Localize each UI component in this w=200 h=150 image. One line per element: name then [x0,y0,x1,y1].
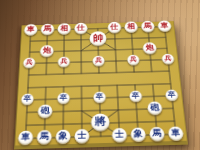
piece-red-advisor[interactable]: 仕 [74,23,87,35]
blue-advisor-glyph: 士 [115,130,124,139]
piece-red-soldier[interactable]: 兵 [93,56,105,67]
red-soldier-glyph: 兵 [25,59,33,66]
piece-red-soldier[interactable]: 兵 [23,58,35,69]
blue-chariot-glyph: 車 [171,129,181,138]
piece-red-soldier[interactable]: 兵 [162,54,175,65]
piece-red-chariot[interactable]: 車 [24,24,38,36]
blue-soldier-glyph: 卒 [23,95,31,102]
blue-advisor-glyph: 士 [77,131,86,140]
red-cannon-glyph: 炮 [145,44,154,51]
blue-soldier-glyph: 卒 [96,93,104,100]
piece-blue-general[interactable]: 將 [91,113,110,131]
red-soldier-glyph: 兵 [95,57,102,64]
red-cannon-glyph: 炮 [43,47,51,54]
piece-red-elephant[interactable]: 相 [58,23,71,35]
xiangqi-board: 車馬相仕仕相馬車帥炮炮兵兵兵兵兵卒卒卒卒卒砲砲將車馬象士士象馬車 [14,21,188,149]
blue-soldier-glyph: 卒 [132,92,140,99]
piece-blue-horse[interactable]: 馬 [37,130,52,145]
piece-red-general[interactable]: 帥 [89,31,106,46]
piece-blue-soldier[interactable]: 卒 [93,91,106,103]
blue-horse-glyph: 馬 [40,132,49,141]
red-soldier-glyph: 兵 [164,55,172,62]
blue-soldier-glyph: 卒 [60,94,68,101]
red-elephant-glyph: 相 [127,23,135,30]
red-general-glyph: 帥 [93,34,103,43]
blue-cannon-glyph: 砲 [150,104,159,112]
red-chariot-glyph: 車 [27,26,35,33]
piece-red-chariot[interactable]: 車 [157,20,171,32]
piece-blue-soldier[interactable]: 卒 [21,94,34,106]
piece-red-horse[interactable]: 馬 [141,21,155,33]
blue-chariot-glyph: 車 [21,133,30,142]
piece-blue-advisor[interactable]: 士 [112,128,127,143]
piece-blue-soldier[interactable]: 卒 [129,90,142,102]
blue-elephant-glyph: 象 [59,132,68,141]
piece-red-cannon[interactable]: 炮 [142,42,157,54]
piece-red-horse[interactable]: 馬 [41,24,55,36]
blue-soldier-glyph: 卒 [168,91,176,98]
piece-blue-advisor[interactable]: 士 [74,129,89,144]
red-horse-glyph: 馬 [43,26,51,33]
piece-blue-horse[interactable]: 馬 [149,127,165,142]
red-elephant-glyph: 相 [60,25,68,32]
red-advisor-glyph: 仕 [110,24,118,31]
piece-red-elephant[interactable]: 相 [124,21,138,33]
piece-red-cannon[interactable]: 炮 [40,45,54,57]
blue-elephant-glyph: 象 [133,130,142,139]
red-chariot-glyph: 車 [160,22,169,29]
piece-red-soldier[interactable]: 兵 [58,57,70,68]
piece-blue-cannon[interactable]: 砲 [38,104,53,118]
red-soldier-glyph: 兵 [129,56,137,63]
photo-scene: 車馬相仕仕相馬車帥炮炮兵兵兵兵兵卒卒卒卒卒砲砲將車馬象士士象馬車 [0,0,200,150]
piece-red-advisor[interactable]: 仕 [108,22,122,34]
piece-red-soldier[interactable]: 兵 [127,55,140,66]
blue-horse-glyph: 馬 [152,129,162,138]
piece-blue-chariot[interactable]: 車 [168,126,184,141]
blue-general-glyph: 將 [95,116,107,127]
red-horse-glyph: 馬 [144,23,152,30]
red-soldier-glyph: 兵 [60,58,67,65]
piece-layer: 車馬相仕仕相馬車帥炮炮兵兵兵兵兵卒卒卒卒卒砲砲將車馬象士士象馬車 [15,21,186,145]
piece-blue-soldier[interactable]: 卒 [165,89,179,101]
piece-blue-chariot[interactable]: 車 [18,130,34,145]
blue-cannon-glyph: 砲 [41,107,50,115]
piece-blue-soldier[interactable]: 卒 [57,93,69,105]
piece-blue-elephant[interactable]: 象 [130,127,146,142]
red-advisor-glyph: 仕 [77,25,85,32]
piece-blue-elephant[interactable]: 象 [56,129,71,144]
piece-blue-cannon[interactable]: 砲 [147,101,163,115]
